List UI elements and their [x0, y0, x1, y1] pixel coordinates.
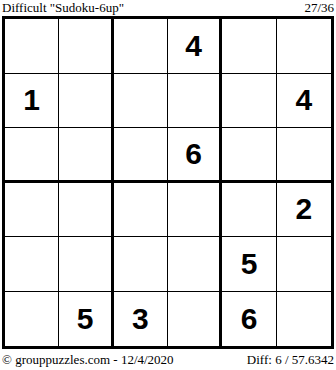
cell-r6c2[interactable]: 5 — [59, 292, 113, 347]
puzzle-title: Difficult "Sudoku-6up" — [2, 0, 124, 15]
cell-r3c1[interactable] — [5, 128, 59, 183]
cell-r3c2[interactable] — [59, 128, 113, 183]
footer-diff: Diff: 6 / 57.6342 — [247, 352, 334, 367]
puzzle-header: Difficult "Sudoku-6up" 27/36 — [2, 0, 334, 16]
cell-r4c1[interactable] — [5, 183, 59, 238]
cell-r3c3[interactable] — [114, 128, 168, 183]
cell-r1c5[interactable] — [222, 19, 276, 74]
cell-r1c1[interactable] — [5, 19, 59, 74]
cell-r3c6[interactable] — [277, 128, 331, 183]
cell-r5c2[interactable] — [59, 237, 113, 292]
sudoku-board: 414625536 — [2, 16, 334, 349]
cell-r6c1[interactable] — [5, 292, 59, 347]
cell-r3c4[interactable]: 6 — [168, 128, 222, 183]
cell-r2c6[interactable]: 4 — [277, 74, 331, 129]
cell-r4c3[interactable] — [114, 183, 168, 238]
cell-r4c5[interactable] — [222, 183, 276, 238]
cell-r6c4[interactable] — [168, 292, 222, 347]
cell-r4c4[interactable] — [168, 183, 222, 238]
cell-r1c2[interactable] — [59, 19, 113, 74]
cell-r6c5[interactable]: 6 — [222, 292, 276, 347]
cell-r1c6[interactable] — [277, 19, 331, 74]
cell-r1c4[interactable]: 4 — [168, 19, 222, 74]
cell-r2c3[interactable] — [114, 74, 168, 129]
cell-r5c3[interactable] — [114, 237, 168, 292]
cell-r5c6[interactable] — [277, 237, 331, 292]
cell-r1c3[interactable] — [114, 19, 168, 74]
cell-r2c2[interactable] — [59, 74, 113, 129]
cell-r2c4[interactable] — [168, 74, 222, 129]
cell-r4c6[interactable]: 2 — [277, 183, 331, 238]
cell-r4c2[interactable] — [59, 183, 113, 238]
cell-r6c3[interactable]: 3 — [114, 292, 168, 347]
cell-r5c5[interactable]: 5 — [222, 237, 276, 292]
cell-r5c4[interactable] — [168, 237, 222, 292]
footer-copyright: © grouppuzzles.com - 12/4/2020 — [2, 352, 174, 367]
puzzle-counter: 27/36 — [304, 0, 334, 15]
cell-r2c5[interactable] — [222, 74, 276, 129]
cell-r3c5[interactable] — [222, 128, 276, 183]
cell-r6c6[interactable] — [277, 292, 331, 347]
cell-r5c1[interactable] — [5, 237, 59, 292]
puzzle-footer: © grouppuzzles.com - 12/4/2020 Diff: 6 /… — [2, 352, 334, 370]
cell-r2c1[interactable]: 1 — [5, 74, 59, 129]
